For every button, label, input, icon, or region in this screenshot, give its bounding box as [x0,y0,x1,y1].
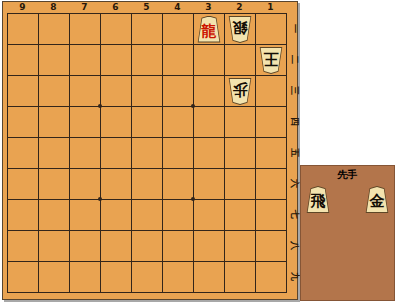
square-6-1[interactable] [101,14,132,45]
square-9-7[interactable] [8,200,39,231]
square-3-7[interactable] [194,200,225,231]
square-5-3[interactable] [132,76,163,107]
square-4-1[interactable] [163,14,194,45]
piece-glyph: 龍 [197,20,221,43]
file-label-5: 5 [131,1,162,13]
square-8-5[interactable] [39,138,70,169]
file-label-7: 7 [69,1,100,13]
square-5-5[interactable] [132,138,163,169]
rank-label-1: 一 [279,23,310,35]
square-9-8[interactable] [8,231,39,262]
file-label-6: 6 [100,1,131,13]
square-2-1[interactable]: 銀 [225,14,256,45]
square-2-6[interactable] [225,169,256,200]
square-8-9[interactable] [39,262,70,293]
sente-hand-panel: 先手 飛金 [300,165,395,301]
file-label-8: 8 [38,1,69,13]
square-4-9[interactable] [163,262,194,293]
square-3-5[interactable] [194,138,225,169]
square-4-5[interactable] [163,138,194,169]
star-point [98,197,102,201]
file-label-1: 1 [255,1,286,13]
square-6-8[interactable] [101,231,132,262]
square-8-2[interactable] [39,45,70,76]
square-6-6[interactable] [101,169,132,200]
square-5-6[interactable] [132,169,163,200]
square-7-4[interactable] [70,107,101,138]
star-point [191,197,195,201]
square-6-2[interactable] [101,45,132,76]
square-5-1[interactable] [132,14,163,45]
file-label-4: 4 [162,1,193,13]
square-5-7[interactable] [132,200,163,231]
square-8-4[interactable] [39,107,70,138]
square-4-3[interactable] [163,76,194,107]
shogi-board: 987654321 龍銀王歩 一二三四五六七八九 [2,1,298,300]
star-point [191,104,195,108]
square-6-3[interactable] [101,76,132,107]
square-8-7[interactable] [39,200,70,231]
square-2-8[interactable] [225,231,256,262]
square-3-9[interactable] [194,262,225,293]
square-2-3[interactable]: 歩 [225,76,256,107]
square-8-3[interactable] [39,76,70,107]
piece-龍-sente[interactable]: 龍 [197,16,221,43]
square-4-6[interactable] [163,169,194,200]
square-7-8[interactable] [70,231,101,262]
square-3-3[interactable] [194,76,225,107]
file-label-9: 9 [7,1,38,13]
square-2-5[interactable] [225,138,256,169]
square-7-5[interactable] [70,138,101,169]
rank-label-4: 四 [279,116,310,128]
square-2-7[interactable] [225,200,256,231]
piece-歩-gote[interactable]: 歩 [228,78,252,105]
square-8-1[interactable] [39,14,70,45]
square-3-1[interactable]: 龍 [194,14,225,45]
square-2-2[interactable] [225,45,256,76]
rank-labels: 一二三四五六七八九 [288,13,300,292]
square-4-4[interactable] [163,107,194,138]
square-9-3[interactable] [8,76,39,107]
piece-飛-sente[interactable]: 飛 [306,186,330,213]
square-6-7[interactable] [101,200,132,231]
square-9-9[interactable] [8,262,39,293]
square-9-6[interactable] [8,169,39,200]
piece-金-sente[interactable]: 金 [365,186,389,213]
square-8-6[interactable] [39,169,70,200]
square-4-8[interactable] [163,231,194,262]
square-7-2[interactable] [70,45,101,76]
square-2-4[interactable] [225,107,256,138]
board-grid: 龍銀王歩 [7,13,287,293]
square-3-8[interactable] [194,231,225,262]
file-labels: 987654321 [7,1,288,13]
rank-label-2: 二 [279,54,310,66]
square-9-2[interactable] [8,45,39,76]
piece-glyph: 歩 [228,78,252,101]
shogi-app: 987654321 龍銀王歩 一二三四五六七八九 先手 飛金 [0,0,400,303]
square-6-5[interactable] [101,138,132,169]
square-6-4[interactable] [101,107,132,138]
square-9-1[interactable] [8,14,39,45]
square-7-1[interactable] [70,14,101,45]
square-3-2[interactable] [194,45,225,76]
square-9-4[interactable] [8,107,39,138]
square-3-6[interactable] [194,169,225,200]
file-label-3: 3 [193,1,224,13]
square-5-8[interactable] [132,231,163,262]
square-7-9[interactable] [70,262,101,293]
piece-glyph: 金 [365,190,389,213]
square-6-9[interactable] [101,262,132,293]
square-4-7[interactable] [163,200,194,231]
piece-glyph: 飛 [306,190,330,213]
square-9-5[interactable] [8,138,39,169]
square-2-9[interactable] [225,262,256,293]
rank-label-3: 三 [279,85,310,97]
file-label-2: 2 [224,1,255,13]
piece-銀-gote[interactable]: 銀 [228,16,252,43]
square-8-8[interactable] [39,231,70,262]
square-3-4[interactable] [194,107,225,138]
square-7-3[interactable] [70,76,101,107]
sente-hand-pieces: 飛金 [301,186,394,213]
square-5-9[interactable] [132,262,163,293]
square-5-4[interactable] [132,107,163,138]
square-5-2[interactable] [132,45,163,76]
piece-glyph: 銀 [228,16,252,39]
rank-label-5: 五 [279,147,310,159]
square-4-2[interactable] [163,45,194,76]
square-7-6[interactable] [70,169,101,200]
star-point [98,104,102,108]
sente-label: 先手 [301,168,394,182]
square-7-7[interactable] [70,200,101,231]
